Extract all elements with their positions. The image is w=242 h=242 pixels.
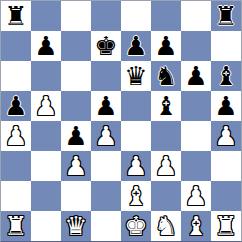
square-a1[interactable]: ♜ xyxy=(1,211,31,241)
white-king-icon: ♚ xyxy=(124,211,147,241)
square-b3[interactable] xyxy=(31,151,61,181)
square-c2[interactable] xyxy=(61,181,91,211)
white-pawn-icon: ♟ xyxy=(184,181,207,211)
square-a6[interactable] xyxy=(1,61,31,91)
square-f1[interactable]: ♞ xyxy=(151,211,181,241)
black-pawn-icon: ♟ xyxy=(154,31,177,61)
square-e1[interactable]: ♚ xyxy=(121,211,151,241)
black-pawn-icon: ♟ xyxy=(184,61,207,91)
square-b8[interactable] xyxy=(31,1,61,31)
square-c1[interactable]: ♛ xyxy=(61,211,91,241)
square-d5[interactable]: ♟ xyxy=(91,91,121,121)
square-g6[interactable]: ♟ xyxy=(181,61,211,91)
square-h2[interactable] xyxy=(211,181,241,211)
chess-board-wrap: ♜♜♟♚♟♟♛♞♟♝♟♟♟♝♟♟♟♟♟♟♟♟♝♟♜♛♚♞♝♜ xyxy=(0,0,242,242)
white-pawn-icon: ♟ xyxy=(94,121,117,151)
square-b7[interactable]: ♟ xyxy=(31,31,61,61)
white-bishop-icon: ♝ xyxy=(124,181,147,211)
square-g5[interactable] xyxy=(181,91,211,121)
white-rook-icon: ♜ xyxy=(4,211,27,241)
square-d1[interactable] xyxy=(91,211,121,241)
square-a8[interactable]: ♜ xyxy=(1,1,31,31)
square-g7[interactable] xyxy=(181,31,211,61)
square-e3[interactable]: ♟ xyxy=(121,151,151,181)
white-pawn-icon: ♟ xyxy=(214,121,237,151)
square-a2[interactable] xyxy=(1,181,31,211)
square-e6[interactable]: ♛ xyxy=(121,61,151,91)
square-g4[interactable] xyxy=(181,121,211,151)
square-f3[interactable]: ♟ xyxy=(151,151,181,181)
black-rook-icon: ♜ xyxy=(214,1,237,31)
square-h6[interactable]: ♝ xyxy=(211,61,241,91)
black-king-icon: ♚ xyxy=(94,31,117,61)
square-f5[interactable]: ♝ xyxy=(151,91,181,121)
square-e2[interactable]: ♝ xyxy=(121,181,151,211)
white-queen-icon: ♛ xyxy=(64,211,87,241)
black-pawn-icon: ♟ xyxy=(214,91,237,121)
square-h5[interactable]: ♟ xyxy=(211,91,241,121)
square-a4[interactable]: ♟ xyxy=(1,121,31,151)
square-h4[interactable]: ♟ xyxy=(211,121,241,151)
square-c8[interactable] xyxy=(61,1,91,31)
square-h3[interactable] xyxy=(211,151,241,181)
white-pawn-icon: ♟ xyxy=(4,121,27,151)
black-knight-icon: ♞ xyxy=(154,61,177,91)
square-a3[interactable] xyxy=(1,151,31,181)
square-h7[interactable] xyxy=(211,31,241,61)
square-a5[interactable]: ♟ xyxy=(1,91,31,121)
white-pawn-icon: ♟ xyxy=(154,151,177,181)
chess-board: ♜♜♟♚♟♟♛♞♟♝♟♟♟♝♟♟♟♟♟♟♟♟♝♟♜♛♚♞♝♜ xyxy=(0,0,242,242)
square-c7[interactable] xyxy=(61,31,91,61)
square-c4[interactable]: ♟ xyxy=(61,121,91,151)
square-e5[interactable] xyxy=(121,91,151,121)
square-f2[interactable] xyxy=(151,181,181,211)
square-g8[interactable] xyxy=(181,1,211,31)
square-g1[interactable]: ♝ xyxy=(181,211,211,241)
square-f6[interactable]: ♞ xyxy=(151,61,181,91)
square-b2[interactable] xyxy=(31,181,61,211)
square-f4[interactable] xyxy=(151,121,181,151)
white-rook-icon: ♜ xyxy=(214,211,237,241)
black-pawn-icon: ♟ xyxy=(64,121,87,151)
black-bishop-icon: ♝ xyxy=(214,61,237,91)
square-h1[interactable]: ♜ xyxy=(211,211,241,241)
square-b6[interactable] xyxy=(31,61,61,91)
black-pawn-icon: ♟ xyxy=(34,31,57,61)
square-d2[interactable] xyxy=(91,181,121,211)
black-queen-icon: ♛ xyxy=(124,61,147,91)
square-b4[interactable] xyxy=(31,121,61,151)
square-f8[interactable] xyxy=(151,1,181,31)
square-e7[interactable]: ♟ xyxy=(121,31,151,61)
black-bishop-icon: ♝ xyxy=(154,91,177,121)
white-pawn-icon: ♟ xyxy=(64,151,87,181)
square-a7[interactable] xyxy=(1,31,31,61)
square-d7[interactable]: ♚ xyxy=(91,31,121,61)
square-d8[interactable] xyxy=(91,1,121,31)
black-rook-icon: ♜ xyxy=(4,1,27,31)
square-d4[interactable]: ♟ xyxy=(91,121,121,151)
square-g2[interactable]: ♟ xyxy=(181,181,211,211)
square-c3[interactable]: ♟ xyxy=(61,151,91,181)
white-pawn-icon: ♟ xyxy=(34,91,57,121)
white-pawn-icon: ♟ xyxy=(124,151,147,181)
square-d6[interactable] xyxy=(91,61,121,91)
square-f7[interactable]: ♟ xyxy=(151,31,181,61)
square-h8[interactable]: ♜ xyxy=(211,1,241,31)
square-b1[interactable] xyxy=(31,211,61,241)
square-e4[interactable] xyxy=(121,121,151,151)
square-b5[interactable]: ♟ xyxy=(31,91,61,121)
white-knight-icon: ♞ xyxy=(154,211,177,241)
black-pawn-icon: ♟ xyxy=(124,31,147,61)
square-c6[interactable] xyxy=(61,61,91,91)
black-pawn-icon: ♟ xyxy=(94,91,117,121)
square-e8[interactable] xyxy=(121,1,151,31)
square-c5[interactable] xyxy=(61,91,91,121)
square-g3[interactable] xyxy=(181,151,211,181)
square-d3[interactable] xyxy=(91,151,121,181)
black-pawn-icon: ♟ xyxy=(4,91,27,121)
white-bishop-icon: ♝ xyxy=(184,211,207,241)
